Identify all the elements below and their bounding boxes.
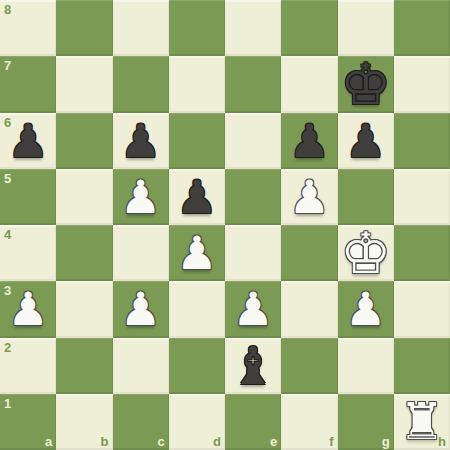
square-g7[interactable]: ♚ <box>338 56 394 112</box>
square-g4[interactable]: ♚ <box>338 225 394 281</box>
square-d8[interactable] <box>169 0 225 56</box>
square-f7[interactable] <box>281 56 337 112</box>
square-b5[interactable] <box>56 169 112 225</box>
square-a5[interactable]: 5 <box>0 169 56 225</box>
piece-black-pawn-c6[interactable]: ♟ <box>113 113 169 169</box>
piece-black-king-g7[interactable]: ♚ <box>338 56 394 112</box>
file-label-d: d <box>213 435 221 448</box>
piece-white-pawn-f5[interactable]: ♟ <box>281 169 337 225</box>
piece-black-pawn-a6[interactable]: ♟ <box>0 113 56 169</box>
square-b6[interactable] <box>56 113 112 169</box>
square-c5[interactable]: ♟ <box>113 169 169 225</box>
square-d3[interactable] <box>169 281 225 337</box>
square-h1[interactable]: h♜ <box>394 394 450 450</box>
square-c6[interactable]: ♟ <box>113 113 169 169</box>
square-f4[interactable] <box>281 225 337 281</box>
square-a4[interactable]: 4 <box>0 225 56 281</box>
square-g2[interactable] <box>338 338 394 394</box>
square-b3[interactable] <box>56 281 112 337</box>
rank-label-7: 7 <box>4 59 11 72</box>
square-c3[interactable]: ♟ <box>113 281 169 337</box>
rank-label-5: 5 <box>4 172 11 185</box>
file-label-g: g <box>382 435 390 448</box>
square-d5[interactable]: ♟ <box>169 169 225 225</box>
file-label-e: e <box>270 435 277 448</box>
square-e1[interactable]: e <box>225 394 281 450</box>
piece-white-king-g4[interactable]: ♚ <box>338 225 394 281</box>
square-g5[interactable] <box>338 169 394 225</box>
square-e6[interactable] <box>225 113 281 169</box>
square-f2[interactable] <box>281 338 337 394</box>
piece-white-pawn-c5[interactable]: ♟ <box>113 169 169 225</box>
piece-black-pawn-f6[interactable]: ♟ <box>281 113 337 169</box>
square-a1[interactable]: 1a <box>0 394 56 450</box>
square-f1[interactable]: f <box>281 394 337 450</box>
square-d4[interactable]: ♟ <box>169 225 225 281</box>
piece-white-pawn-c3[interactable]: ♟ <box>113 281 169 337</box>
square-e5[interactable] <box>225 169 281 225</box>
square-h5[interactable] <box>394 169 450 225</box>
square-a3[interactable]: 3♟ <box>0 281 56 337</box>
square-d2[interactable] <box>169 338 225 394</box>
square-g8[interactable] <box>338 0 394 56</box>
file-label-c: c <box>158 435 165 448</box>
file-label-f: f <box>329 435 333 448</box>
piece-black-bishop-e2[interactable]: ♝ <box>225 338 281 394</box>
piece-white-pawn-e3[interactable]: ♟ <box>225 281 281 337</box>
square-c2[interactable] <box>113 338 169 394</box>
square-b2[interactable] <box>56 338 112 394</box>
chess-board: 87♚6♟♟♟♟5♟♟♟4♟♚3♟♟♟♟2♝1abcdefgh♜ <box>0 0 450 450</box>
piece-white-pawn-a3[interactable]: ♟ <box>0 281 56 337</box>
square-b4[interactable] <box>56 225 112 281</box>
square-g3[interactable]: ♟ <box>338 281 394 337</box>
square-e2[interactable]: ♝ <box>225 338 281 394</box>
square-c4[interactable] <box>113 225 169 281</box>
file-label-b: b <box>101 435 109 448</box>
piece-white-pawn-g3[interactable]: ♟ <box>338 281 394 337</box>
square-d7[interactable] <box>169 56 225 112</box>
rank-label-2: 2 <box>4 341 11 354</box>
square-b8[interactable] <box>56 0 112 56</box>
file-label-a: a <box>45 435 52 448</box>
square-c1[interactable]: c <box>113 394 169 450</box>
square-c8[interactable] <box>113 0 169 56</box>
rank-label-8: 8 <box>4 3 11 16</box>
square-h3[interactable] <box>394 281 450 337</box>
piece-black-pawn-d5[interactable]: ♟ <box>169 169 225 225</box>
piece-white-rook-h1[interactable]: ♜ <box>394 394 450 450</box>
square-a6[interactable]: 6♟ <box>0 113 56 169</box>
square-d1[interactable]: d <box>169 394 225 450</box>
square-h6[interactable] <box>394 113 450 169</box>
square-d6[interactable] <box>169 113 225 169</box>
square-a7[interactable]: 7 <box>0 56 56 112</box>
square-e7[interactable] <box>225 56 281 112</box>
rank-label-1: 1 <box>4 397 11 410</box>
square-c7[interactable] <box>113 56 169 112</box>
square-g1[interactable]: g <box>338 394 394 450</box>
square-a2[interactable]: 2 <box>0 338 56 394</box>
square-f5[interactable]: ♟ <box>281 169 337 225</box>
chess-app: 87♚6♟♟♟♟5♟♟♟4♟♚3♟♟♟♟2♝1abcdefgh♜ <box>0 0 450 450</box>
square-f3[interactable] <box>281 281 337 337</box>
square-e4[interactable] <box>225 225 281 281</box>
square-a8[interactable]: 8 <box>0 0 56 56</box>
square-e3[interactable]: ♟ <box>225 281 281 337</box>
square-h8[interactable] <box>394 0 450 56</box>
piece-black-pawn-g6[interactable]: ♟ <box>338 113 394 169</box>
rank-label-4: 4 <box>4 228 11 241</box>
square-b1[interactable]: b <box>56 394 112 450</box>
square-h7[interactable] <box>394 56 450 112</box>
square-f8[interactable] <box>281 0 337 56</box>
square-b7[interactable] <box>56 56 112 112</box>
piece-white-pawn-d4[interactable]: ♟ <box>169 225 225 281</box>
square-h2[interactable] <box>394 338 450 394</box>
square-h4[interactable] <box>394 225 450 281</box>
square-g6[interactable]: ♟ <box>338 113 394 169</box>
square-f6[interactable]: ♟ <box>281 113 337 169</box>
square-e8[interactable] <box>225 0 281 56</box>
